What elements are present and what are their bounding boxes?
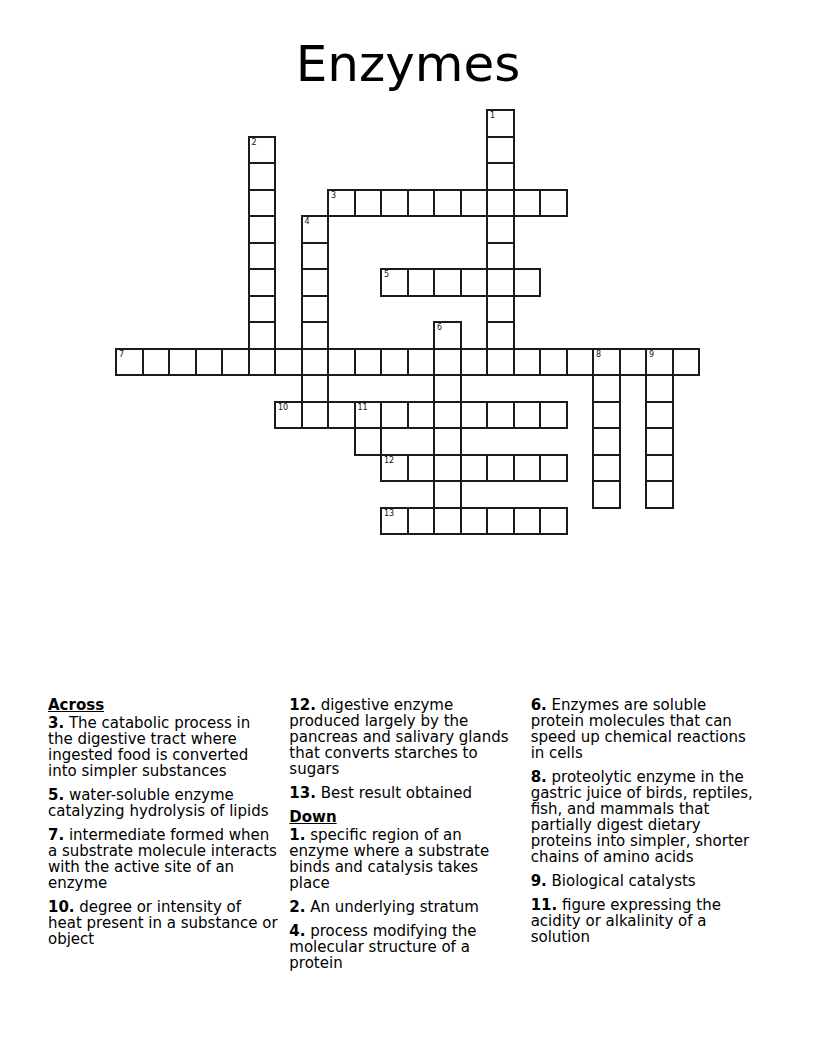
clue-number-label: 5.	[48, 786, 64, 804]
grid-cell[interactable]	[645, 454, 674, 483]
clue-number: 9	[649, 350, 654, 359]
grid-cell[interactable]	[407, 348, 436, 377]
clue-number: 1	[490, 111, 495, 120]
clue-number-label: 1.	[289, 826, 305, 844]
clue-number: 2	[252, 138, 257, 147]
grid-cell[interactable]	[486, 321, 515, 350]
clue-2: 2. An underlying stratum	[289, 899, 520, 915]
grid-cell[interactable]	[168, 348, 197, 377]
grid-cell[interactable]: 8	[592, 348, 621, 377]
grid-cell[interactable]	[407, 401, 436, 430]
clue-columns: Across3. The catabolic process in the di…	[48, 697, 762, 979]
grid-cell[interactable]	[195, 348, 224, 377]
grid-cell[interactable]	[301, 242, 330, 271]
grid-cell[interactable]: 10	[274, 401, 303, 430]
grid-cell[interactable]: 2	[248, 136, 277, 165]
grid-cell[interactable]	[248, 348, 277, 377]
grid-cell[interactable]	[248, 162, 277, 191]
grid-cell[interactable]	[592, 480, 621, 509]
grid-cell[interactable]	[486, 401, 515, 430]
clue-number: 13	[384, 509, 394, 518]
grid-cell[interactable]	[433, 189, 462, 218]
clue-number: 6	[437, 323, 442, 332]
grid-cell[interactable]	[433, 374, 462, 403]
grid-cell[interactable]	[513, 348, 542, 377]
clue-number: 5	[384, 270, 389, 279]
clue-column-2: 12. digestive enzyme produced largely by…	[289, 697, 520, 979]
clue-number-label: 8.	[531, 768, 547, 786]
clue-1: 1. specific region of an enzyme where a …	[289, 827, 520, 891]
grid-cell[interactable]	[486, 215, 515, 244]
grid-cell[interactable]	[592, 374, 621, 403]
clue-number-label: 10.	[48, 898, 75, 916]
grid-cell[interactable]	[539, 348, 568, 377]
clue-number: 11	[358, 403, 368, 412]
grid-cell[interactable]	[486, 507, 515, 536]
clue-number-label: 9.	[531, 872, 547, 890]
clue-12: 12. digestive enzyme produced largely by…	[289, 697, 520, 777]
grid-cell[interactable]	[486, 189, 515, 218]
grid-cell[interactable]	[539, 454, 568, 483]
grid-cell[interactable]	[592, 401, 621, 430]
puzzle-title: Enzymes	[0, 38, 816, 90]
clue-number: 4	[305, 217, 310, 226]
grid-cell[interactable]	[619, 348, 648, 377]
grid-cell[interactable]: 6	[433, 321, 462, 350]
grid-cell[interactable]	[486, 454, 515, 483]
grid-cell[interactable]	[592, 427, 621, 456]
grid-cell[interactable]	[539, 401, 568, 430]
clue-9: 9. Biological catalysts	[531, 873, 762, 889]
clue-number-label: 4.	[289, 922, 305, 940]
grid-cell[interactable]: 1	[486, 109, 515, 138]
grid-cell[interactable]	[301, 268, 330, 297]
clue-column-1: Across3. The catabolic process in the di…	[48, 697, 279, 979]
page: Enzymes 12345678910111213 Across3. The c…	[0, 0, 816, 1056]
clue-8: 8. proteolytic enzyme in the gastric jui…	[531, 769, 762, 865]
grid-cell[interactable]	[380, 348, 409, 377]
grid-cell[interactable]	[274, 348, 303, 377]
grid-cell[interactable]	[486, 348, 515, 377]
grid-cell[interactable]	[407, 189, 436, 218]
grid-cell[interactable]	[433, 480, 462, 509]
grid-cell[interactable]	[460, 348, 489, 377]
grid-cell[interactable]	[486, 136, 515, 165]
grid-cell[interactable]	[433, 507, 462, 536]
grid-cell[interactable]	[354, 348, 383, 377]
grid-cell[interactable]	[407, 507, 436, 536]
grid-cell[interactable]	[486, 295, 515, 324]
clue-11: 11. figure expressing the acidity or alk…	[531, 897, 762, 945]
clue-number: 12	[384, 456, 394, 465]
clue-number-label: 3.	[48, 714, 64, 732]
grid-cell[interactable]: 9	[645, 348, 674, 377]
clue-number-label: 7.	[48, 826, 64, 844]
grid-cell[interactable]	[513, 401, 542, 430]
grid-cell[interactable]	[301, 374, 330, 403]
grid-cell[interactable]	[513, 507, 542, 536]
grid-cell[interactable]	[433, 401, 462, 430]
grid-cell[interactable]: 7	[115, 348, 144, 377]
grid-cell[interactable]	[539, 507, 568, 536]
grid-cell[interactable]	[433, 348, 462, 377]
grid-cell[interactable]: 12	[380, 454, 409, 483]
grid-cell[interactable]	[645, 374, 674, 403]
grid-cell[interactable]	[354, 427, 383, 456]
grid-cell[interactable]	[248, 189, 277, 218]
clue-number-label: 2.	[289, 898, 305, 916]
clue-3: 3. The catabolic process in the digestiv…	[48, 715, 279, 779]
grid-cell[interactable]	[301, 401, 330, 430]
grid-cell[interactable]	[460, 268, 489, 297]
grid-cell[interactable]	[327, 348, 356, 377]
grid-cell[interactable]	[460, 454, 489, 483]
clue-number: 8	[596, 350, 601, 359]
grid-cell[interactable]	[407, 268, 436, 297]
grid-cell[interactable]: 4	[301, 215, 330, 244]
clue-7: 7. intermediate formed when a substrate …	[48, 827, 279, 891]
grid-cell[interactable]	[407, 454, 436, 483]
grid-cell[interactable]	[142, 348, 171, 377]
grid-cell[interactable]: 3	[327, 189, 356, 218]
grid-cell[interactable]	[301, 348, 330, 377]
grid-cell[interactable]	[248, 242, 277, 271]
grid-cell[interactable]	[645, 480, 674, 509]
grid-cell[interactable]	[486, 268, 515, 297]
grid-cell[interactable]	[221, 348, 250, 377]
grid-cell[interactable]	[301, 321, 330, 350]
clue-number: 7	[119, 350, 124, 359]
grid-cell[interactable]	[539, 189, 568, 218]
grid-cell[interactable]	[248, 215, 277, 244]
grid-cell[interactable]	[460, 189, 489, 218]
grid-cell[interactable]: 5	[380, 268, 409, 297]
clue-10: 10. degree or intensity of heat present …	[48, 899, 279, 947]
clue-number: 10	[278, 403, 288, 412]
grid-cell[interactable]	[486, 162, 515, 191]
grid-cell[interactable]	[645, 401, 674, 430]
clue-6: 6. Enzymes are soluble protein molecules…	[531, 697, 762, 761]
grid-cell[interactable]	[672, 348, 701, 377]
grid-cell[interactable]	[248, 295, 277, 324]
grid-cell[interactable]	[486, 242, 515, 271]
grid-cell[interactable]: 11	[354, 401, 383, 430]
grid-cell[interactable]	[513, 189, 542, 218]
clue-number: 3	[331, 191, 336, 200]
clue-number-label: 11.	[531, 896, 558, 914]
grid-cell[interactable]	[513, 454, 542, 483]
clue-number-label: 13.	[289, 784, 316, 802]
grid-cell[interactable]	[327, 401, 356, 430]
grid-cell[interactable]	[380, 189, 409, 218]
grid-cell[interactable]	[513, 268, 542, 297]
grid-cell[interactable]	[433, 427, 462, 456]
clue-number-label: 12.	[289, 696, 316, 714]
clue-list-header-down: Down	[289, 809, 520, 825]
grid-cell[interactable]	[460, 507, 489, 536]
clue-13: 13. Best result obtained	[289, 785, 520, 801]
clue-4: 4. process modifying the molecular struc…	[289, 923, 520, 971]
grid-cell[interactable]	[592, 454, 621, 483]
grid-cell[interactable]	[645, 427, 674, 456]
clue-column-3: 6. Enzymes are soluble protein molecules…	[531, 697, 762, 979]
clue-5: 5. water-soluble enzyme catalyzing hydro…	[48, 787, 279, 819]
grid-cell[interactable]	[354, 189, 383, 218]
grid-cell[interactable]	[248, 321, 277, 350]
grid-cell[interactable]	[433, 454, 462, 483]
grid-cell[interactable]	[248, 268, 277, 297]
grid-cell[interactable]	[301, 295, 330, 324]
clue-list-header-across: Across	[48, 697, 279, 713]
clue-number-label: 6.	[531, 696, 547, 714]
crossword-grid: 12345678910111213	[116, 110, 701, 536]
grid-cell[interactable]	[460, 401, 489, 430]
grid-cell[interactable]	[380, 401, 409, 430]
grid-cell[interactable]	[566, 348, 595, 377]
grid-cell[interactable]: 13	[380, 507, 409, 536]
grid-cell[interactable]	[433, 268, 462, 297]
